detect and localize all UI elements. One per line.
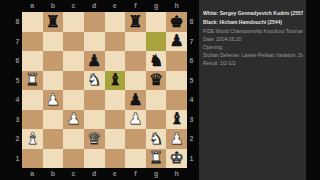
square-c1[interactable] <box>63 149 84 169</box>
rank-label-8: 8 <box>187 12 196 32</box>
square-d2[interactable]: ♛ <box>84 129 105 149</box>
game-info-panel: White: Sergey Gennadyevich Kudrin (2557)… <box>199 0 306 180</box>
square-f6[interactable] <box>125 51 146 71</box>
rank-label-3: 3 <box>13 110 22 130</box>
rank-label-3: 3 <box>187 110 196 130</box>
rank-label-8: 8 <box>13 12 22 32</box>
file-labels-top: abcdefgh <box>22 0 187 12</box>
file-label-d: d <box>84 0 105 12</box>
file-label-a: a <box>22 168 43 180</box>
square-g5[interactable]: ♛ <box>146 71 167 91</box>
square-e8[interactable] <box>105 12 126 32</box>
white-pawn-h2: ♟ <box>170 131 184 147</box>
square-e6[interactable] <box>105 51 126 71</box>
rank-label-5: 5 <box>187 71 196 91</box>
white-rook-g1: ♜ <box>149 150 163 166</box>
white-knight-d5: ♞ <box>87 72 101 88</box>
square-d7[interactable] <box>84 32 105 52</box>
rank-label-7: 7 <box>13 32 22 52</box>
square-h8[interactable]: ♚ <box>166 12 187 32</box>
file-label-c: c <box>63 168 84 180</box>
square-c6[interactable] <box>63 51 84 71</box>
white-pawn-f3: ♟ <box>128 111 142 127</box>
square-a7[interactable] <box>22 32 43 52</box>
rank-labels-right: 87654321 <box>187 12 196 168</box>
square-g2[interactable]: ♞ <box>146 129 167 149</box>
square-e2[interactable] <box>105 129 126 149</box>
square-g7[interactable] <box>146 32 167 52</box>
rank-label-2: 2 <box>13 129 22 149</box>
square-b2[interactable] <box>43 129 64 149</box>
square-h2[interactable]: ♟ <box>166 129 187 149</box>
rank-label-1: 1 <box>187 149 196 169</box>
opening-label: Opening: <box>203 43 303 51</box>
square-d1[interactable] <box>84 149 105 169</box>
square-f1[interactable] <box>125 149 146 169</box>
black-king-h8: ♚ <box>170 14 184 30</box>
square-c2[interactable] <box>63 129 84 149</box>
square-b6[interactable] <box>43 51 64 71</box>
rank-label-5: 5 <box>13 71 22 91</box>
square-a5[interactable]: ♜ <box>22 71 43 91</box>
black-rook-f8: ♜ <box>128 14 142 30</box>
rank-label-7: 7 <box>187 32 196 52</box>
black-pawn-h7: ♟ <box>170 33 184 49</box>
black-pawn-f4: ♟ <box>128 92 142 108</box>
square-a6[interactable] <box>22 51 43 71</box>
rank-label-2: 2 <box>187 129 196 149</box>
square-f4[interactable]: ♟ <box>125 90 146 110</box>
square-a3[interactable] <box>22 110 43 130</box>
square-a4[interactable] <box>22 90 43 110</box>
black-bishop-e5: ♝ <box>108 72 122 88</box>
square-h1[interactable]: ♚ <box>166 149 187 169</box>
square-b4[interactable]: ♟ <box>43 90 64 110</box>
square-a8[interactable] <box>22 12 43 32</box>
white-rook-a5: ♜ <box>25 72 39 88</box>
rank-label-1: 1 <box>13 149 22 169</box>
square-b5[interactable] <box>43 71 64 91</box>
square-c5[interactable] <box>63 71 84 91</box>
black-knight-g6: ♞ <box>149 53 163 69</box>
square-b8[interactable]: ♜ <box>43 12 64 32</box>
square-a1[interactable] <box>22 149 43 169</box>
file-labels-bottom: abcdefgh <box>22 168 187 180</box>
black-player-line: Black: Hicham Hamdouchi (2544) <box>203 18 303 27</box>
square-d8[interactable] <box>84 12 105 32</box>
square-g8[interactable] <box>146 12 167 32</box>
white-pawn-b4: ♟ <box>46 92 60 108</box>
square-b1[interactable] <box>43 149 64 169</box>
file-label-e: e <box>105 0 126 12</box>
square-c8[interactable] <box>63 12 84 32</box>
rank-label-4: 4 <box>187 90 196 110</box>
black-bishop-h3: ♝ <box>170 111 184 127</box>
white-king-h1: ♚ <box>170 150 184 166</box>
square-g6[interactable]: ♞ <box>146 51 167 71</box>
file-label-c: c <box>63 0 84 12</box>
file-label-b: b <box>43 0 64 12</box>
square-g1[interactable]: ♜ <box>146 149 167 169</box>
rank-labels-left: 87654321 <box>13 12 22 168</box>
square-c7[interactable] <box>63 32 84 52</box>
chess-diagram: abcdefgh abcdefgh 87654321 87654321 ♜♜♚♟… <box>0 0 320 180</box>
file-label-b: b <box>43 168 64 180</box>
square-f5[interactable] <box>125 71 146 91</box>
white-bishop-a2: ♝ <box>25 131 39 147</box>
file-label-f: f <box>125 0 146 12</box>
file-label-h: h <box>166 168 187 180</box>
white-queen-d2: ♛ <box>87 131 101 147</box>
square-g4[interactable] <box>146 90 167 110</box>
square-f7[interactable] <box>125 32 146 52</box>
square-c3[interactable]: ♟ <box>63 110 84 130</box>
square-c4[interactable] <box>63 90 84 110</box>
square-e5[interactable]: ♝ <box>105 71 126 91</box>
square-e3[interactable] <box>105 110 126 130</box>
square-h6[interactable] <box>166 51 187 71</box>
square-e7[interactable] <box>105 32 126 52</box>
square-b3[interactable] <box>43 110 64 130</box>
square-h5[interactable] <box>166 71 187 91</box>
square-h3[interactable]: ♝ <box>166 110 187 130</box>
rank-label-6: 6 <box>13 51 22 71</box>
white-pawn-c3: ♟ <box>66 111 80 127</box>
square-d4[interactable] <box>84 90 105 110</box>
square-e1[interactable] <box>105 149 126 169</box>
square-b7[interactable] <box>43 32 64 52</box>
opening-line: Sicilian Defense: Lasker-Pelikan Variati… <box>203 51 303 59</box>
square-h4[interactable] <box>166 90 187 110</box>
square-h7[interactable]: ♟ <box>166 32 187 52</box>
file-label-a: a <box>22 0 43 12</box>
square-d5[interactable]: ♞ <box>84 71 105 91</box>
square-f2[interactable] <box>125 129 146 149</box>
file-label-g: g <box>146 0 167 12</box>
square-g3[interactable] <box>146 110 167 130</box>
file-label-d: d <box>84 168 105 180</box>
rank-label-4: 4 <box>13 90 22 110</box>
file-label-h: h <box>166 0 187 12</box>
square-d3[interactable] <box>84 110 105 130</box>
square-a2[interactable]: ♝ <box>22 129 43 149</box>
square-f3[interactable]: ♟ <box>125 110 146 130</box>
white-player-line: White: Sergey Gennadyevich Kudrin (2557) <box>203 9 303 18</box>
date-line: Date: 2004.06.20 <box>203 35 303 43</box>
square-e4[interactable] <box>105 90 126 110</box>
square-f8[interactable]: ♜ <box>125 12 146 32</box>
event-line: FIDE World Championship Knockout Tournam… <box>203 27 303 35</box>
white-knight-g2: ♞ <box>149 131 163 147</box>
file-label-e: e <box>105 168 126 180</box>
black-rook-b8: ♜ <box>46 14 60 30</box>
square-d6[interactable]: ♟ <box>84 51 105 71</box>
chess-board: ♜♜♚♟♟♞♜♞♝♛♟♟♟♟♝♝♛♞♟♜♚ <box>22 12 187 168</box>
black-queen-g5: ♛ <box>149 72 163 88</box>
black-pawn-d6: ♟ <box>87 53 101 69</box>
rank-label-6: 6 <box>187 51 196 71</box>
file-label-f: f <box>125 168 146 180</box>
result-line: Result: 1/2-1/2 <box>203 59 303 67</box>
file-label-g: g <box>146 168 167 180</box>
